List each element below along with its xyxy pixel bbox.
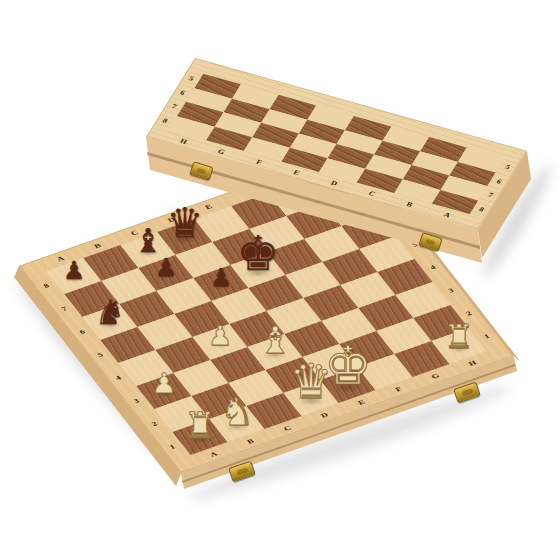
black-king-e6[interactable]: ♚ bbox=[236, 229, 279, 277]
white-queen-d1[interactable]: ♛ bbox=[289, 357, 332, 405]
chess-set-product-scene: 88AA77BB66CC55DD44EE33FF22GG11HH HGFEDCB… bbox=[0, 0, 560, 560]
white-bishop-d3[interactable]: ♝ bbox=[258, 322, 291, 359]
black-pawn-a8[interactable]: ♟ bbox=[63, 258, 85, 283]
white-pawn-a3[interactable]: ♟ bbox=[151, 370, 176, 398]
piece-layer: ♛♝♚♟♟♟♞♟♜♝♚♟♛♞♜ bbox=[0, 0, 560, 560]
black-pawn-d6[interactable]: ♟ bbox=[210, 265, 232, 290]
black-pawn-c7[interactable]: ♟ bbox=[155, 255, 177, 280]
white-rook-a1[interactable]: ♜ bbox=[184, 408, 216, 444]
black-queen-d8[interactable]: ♛ bbox=[167, 203, 204, 244]
black-knight-a6[interactable]: ♞ bbox=[95, 295, 125, 329]
white-knight-b1[interactable]: ♞ bbox=[220, 393, 254, 431]
white-pawn-c4[interactable]: ♟ bbox=[208, 322, 232, 349]
white-rook-h1[interactable]: ♜ bbox=[444, 320, 474, 353]
